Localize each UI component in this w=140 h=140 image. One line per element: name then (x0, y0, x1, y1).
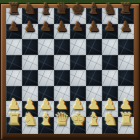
black-king[interactable]: ♚ (71, 2, 84, 17)
black-bishop[interactable]: ♝ (39, 2, 52, 17)
square-f7[interactable]: ♟ (86, 24, 102, 40)
square-d5[interactable] (54, 55, 70, 71)
white-rook[interactable]: ♜ (118, 111, 133, 128)
square-f1[interactable]: ♝ (86, 117, 102, 134)
black-pawn[interactable]: ♟ (72, 20, 84, 33)
square-c5[interactable] (38, 55, 54, 71)
white-knight[interactable]: ♞ (22, 111, 37, 128)
square-h1[interactable]: ♜ (118, 117, 134, 134)
square-g1[interactable]: ♞ (102, 117, 118, 134)
square-b5[interactable] (22, 55, 38, 71)
square-e6[interactable] (70, 39, 86, 55)
square-e1[interactable]: ♚ (70, 117, 86, 134)
square-g4[interactable] (102, 70, 118, 86)
black-rook[interactable]: ♜ (7, 2, 20, 17)
square-c7[interactable]: ♟ (38, 24, 54, 40)
black-rook[interactable]: ♜ (119, 2, 132, 17)
square-d7[interactable]: ♟ (54, 24, 70, 40)
square-h5[interactable] (118, 55, 134, 71)
square-f4[interactable] (86, 70, 102, 86)
black-knight[interactable]: ♞ (103, 2, 116, 17)
square-g5[interactable] (102, 55, 118, 71)
square-a4[interactable] (6, 70, 22, 86)
square-b1[interactable]: ♞ (22, 117, 38, 134)
black-bishop[interactable]: ♝ (87, 2, 100, 17)
chess-board-frame: ♜♞♝♛♚♝♞♜♟♟♟♟♟♟♟♟♟♟♟♟♟♟♟♟♜♞♝♛♚♝♞♜ (0, 3, 140, 140)
white-bishop[interactable]: ♝ (38, 111, 53, 128)
square-g7[interactable]: ♟ (102, 24, 118, 40)
black-pawn[interactable]: ♟ (120, 20, 132, 33)
square-c6[interactable] (38, 39, 54, 55)
square-h6[interactable] (118, 39, 134, 55)
square-f6[interactable] (86, 39, 102, 55)
square-d6[interactable] (54, 39, 70, 55)
square-a7[interactable]: ♟ (6, 24, 22, 40)
square-b4[interactable] (22, 70, 38, 86)
chess-board: ♜♞♝♛♚♝♞♜♟♟♟♟♟♟♟♟♟♟♟♟♟♟♟♟♜♞♝♛♚♝♞♜ (6, 8, 134, 134)
white-knight[interactable]: ♞ (102, 111, 117, 128)
square-b6[interactable] (22, 39, 38, 55)
white-queen[interactable]: ♛ (54, 111, 69, 128)
table-surface: ♜♞♝♛♚♝♞♜♟♟♟♟♟♟♟♟♟♟♟♟♟♟♟♟♜♞♝♛♚♝♞♜ (0, 0, 140, 140)
black-pawn[interactable]: ♟ (104, 20, 116, 33)
black-queen[interactable]: ♛ (55, 2, 68, 17)
square-a5[interactable] (6, 55, 22, 71)
black-knight[interactable]: ♞ (23, 2, 36, 17)
black-pawn[interactable]: ♟ (40, 20, 52, 33)
square-h4[interactable] (118, 70, 134, 86)
square-d1[interactable]: ♛ (54, 117, 70, 134)
square-f5[interactable] (86, 55, 102, 71)
black-pawn[interactable]: ♟ (88, 20, 100, 33)
square-b7[interactable]: ♟ (22, 24, 38, 40)
square-h7[interactable]: ♟ (118, 24, 134, 40)
square-e5[interactable] (70, 55, 86, 71)
square-c4[interactable] (38, 70, 54, 86)
square-a6[interactable] (6, 39, 22, 55)
black-pawn[interactable]: ♟ (24, 20, 36, 33)
square-c1[interactable]: ♝ (38, 117, 54, 134)
white-bishop[interactable]: ♝ (86, 111, 101, 128)
square-g6[interactable] (102, 39, 118, 55)
square-d4[interactable] (54, 70, 70, 86)
black-pawn[interactable]: ♟ (8, 20, 20, 33)
white-king[interactable]: ♚ (70, 111, 85, 128)
square-e4[interactable] (70, 70, 86, 86)
square-e7[interactable]: ♟ (70, 24, 86, 40)
black-pawn[interactable]: ♟ (56, 20, 68, 33)
white-rook[interactable]: ♜ (6, 111, 21, 128)
square-a1[interactable]: ♜ (6, 117, 22, 134)
